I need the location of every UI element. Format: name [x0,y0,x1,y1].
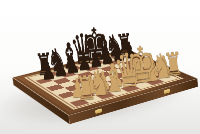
brass-latch-icon [95,108,102,114]
white-rook[interactable]: ♜ [74,72,89,106]
brass-latch-icon [164,89,170,94]
black-pawn[interactable]: ♟ [40,59,53,84]
scene: ♜♞♝♛♚♝♞♜♟♟♟♟♟♟♟♟♟♟♟♟♟♟♟♟♜♞♝♛♚♝♞♜ [0,0,200,134]
